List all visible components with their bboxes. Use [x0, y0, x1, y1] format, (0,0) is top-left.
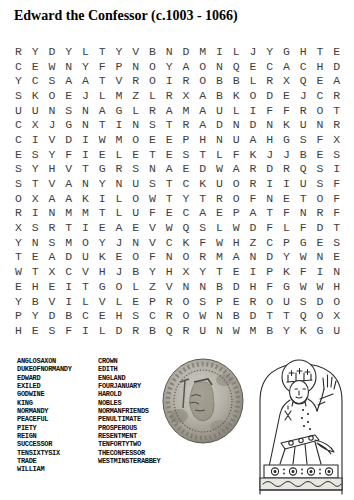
grid-cell[interactable]: D: [44, 308, 61, 323]
grid-cell[interactable]: Y: [94, 176, 111, 191]
grid-cell[interactable]: N: [127, 117, 144, 132]
grid-cell[interactable]: S: [295, 294, 312, 309]
grid-cell[interactable]: S: [295, 132, 312, 147]
grid-cell[interactable]: E: [94, 308, 111, 323]
grid-cell[interactable]: C: [27, 73, 44, 88]
grid-cell[interactable]: G: [295, 235, 312, 250]
grid-cell[interactable]: L: [278, 220, 295, 235]
grid-cell[interactable]: H: [194, 132, 211, 147]
grid-cell[interactable]: R: [211, 191, 228, 206]
grid-cell[interactable]: E: [111, 250, 128, 265]
grid-cell[interactable]: M: [211, 250, 228, 265]
grid-cell[interactable]: Q: [161, 323, 178, 338]
grid-cell[interactable]: S: [328, 147, 345, 162]
grid-cell[interactable]: D: [211, 117, 228, 132]
grid-cell[interactable]: V: [44, 132, 61, 147]
grid-cell[interactable]: R: [261, 73, 278, 88]
grid-cell[interactable]: T: [194, 147, 211, 162]
grid-cell[interactable]: O: [144, 59, 161, 74]
grid-cell[interactable]: V: [44, 176, 61, 191]
grid-cell[interactable]: T: [211, 264, 228, 279]
grid-cell[interactable]: U: [295, 176, 312, 191]
grid-cell[interactable]: O: [77, 235, 94, 250]
grid-cell[interactable]: Q: [228, 59, 245, 74]
grid-cell[interactable]: J: [77, 88, 94, 103]
grid-cell[interactable]: N: [111, 176, 128, 191]
grid-cell[interactable]: S: [144, 176, 161, 191]
grid-cell[interactable]: N: [44, 103, 61, 118]
grid-cell[interactable]: X: [27, 117, 44, 132]
grid-cell[interactable]: E: [127, 220, 144, 235]
grid-cell[interactable]: E: [278, 88, 295, 103]
grid-cell[interactable]: R: [245, 176, 262, 191]
grid-cell[interactable]: A: [94, 103, 111, 118]
grid-cell[interactable]: W: [211, 235, 228, 250]
grid-cell[interactable]: E: [278, 191, 295, 206]
grid-cell[interactable]: K: [245, 147, 262, 162]
grid-cell[interactable]: N: [77, 103, 94, 118]
grid-cell[interactable]: A: [44, 191, 61, 206]
grid-cell[interactable]: U: [278, 294, 295, 309]
grid-cell[interactable]: D: [245, 308, 262, 323]
grid-cell[interactable]: F: [312, 132, 329, 147]
grid-cell[interactable]: I: [94, 191, 111, 206]
grid-cell[interactable]: G: [60, 117, 77, 132]
grid-cell[interactable]: C: [178, 206, 195, 221]
grid-cell[interactable]: Y: [94, 235, 111, 250]
grid-cell[interactable]: O: [228, 176, 245, 191]
grid-cell[interactable]: H: [245, 279, 262, 294]
grid-cell[interactable]: D: [60, 132, 77, 147]
grid-cell[interactable]: I: [328, 162, 345, 177]
grid-cell[interactable]: K: [228, 88, 245, 103]
grid-cell[interactable]: F: [295, 220, 312, 235]
grid-cell[interactable]: S: [312, 162, 329, 177]
grid-cell[interactable]: J: [111, 264, 128, 279]
grid-cell[interactable]: N: [261, 117, 278, 132]
grid-cell[interactable]: A: [60, 191, 77, 206]
grid-cell[interactable]: O: [228, 191, 245, 206]
grid-cell[interactable]: U: [127, 206, 144, 221]
grid-cell[interactable]: G: [94, 162, 111, 177]
grid-cell[interactable]: M: [60, 235, 77, 250]
grid-cell[interactable]: I: [211, 44, 228, 59]
grid-cell[interactable]: A: [60, 73, 77, 88]
grid-cell[interactable]: M: [111, 88, 128, 103]
grid-cell[interactable]: S: [10, 88, 27, 103]
grid-cell[interactable]: N: [127, 59, 144, 74]
grid-cell[interactable]: L: [228, 44, 245, 59]
grid-cell[interactable]: H: [295, 44, 312, 59]
grid-cell[interactable]: E: [312, 147, 329, 162]
grid-cell[interactable]: D: [194, 162, 211, 177]
grid-cell[interactable]: L: [111, 191, 128, 206]
grid-cell[interactable]: O: [312, 103, 329, 118]
grid-cell[interactable]: E: [178, 162, 195, 177]
grid-cell[interactable]: L: [127, 103, 144, 118]
grid-cell[interactable]: L: [228, 103, 245, 118]
grid-cell[interactable]: F: [328, 176, 345, 191]
grid-cell[interactable]: C: [295, 59, 312, 74]
grid-cell[interactable]: K: [278, 264, 295, 279]
grid-cell[interactable]: U: [10, 103, 27, 118]
grid-cell[interactable]: T: [194, 191, 211, 206]
grid-cell[interactable]: X: [178, 264, 195, 279]
grid-cell[interactable]: Y: [278, 250, 295, 265]
grid-cell[interactable]: U: [194, 323, 211, 338]
grid-cell[interactable]: E: [94, 220, 111, 235]
grid-cell[interactable]: N: [328, 264, 345, 279]
grid-cell[interactable]: R: [127, 73, 144, 88]
grid-cell[interactable]: B: [27, 294, 44, 309]
grid-cell[interactable]: C: [261, 59, 278, 74]
grid-cell[interactable]: R: [44, 220, 61, 235]
grid-cell[interactable]: O: [261, 294, 278, 309]
grid-cell[interactable]: L: [211, 220, 228, 235]
grid-cell[interactable]: Q: [178, 220, 195, 235]
grid-cell[interactable]: N: [312, 117, 329, 132]
grid-cell[interactable]: E: [127, 147, 144, 162]
grid-cell[interactable]: A: [194, 206, 211, 221]
grid-cell[interactable]: B: [228, 308, 245, 323]
grid-cell[interactable]: N: [211, 308, 228, 323]
grid-cell[interactable]: E: [27, 250, 44, 265]
grid-cell[interactable]: H: [44, 162, 61, 177]
grid-cell[interactable]: H: [261, 132, 278, 147]
grid-cell[interactable]: A: [161, 162, 178, 177]
grid-cell[interactable]: X: [178, 88, 195, 103]
grid-cell[interactable]: T: [328, 220, 345, 235]
grid-cell[interactable]: U: [211, 103, 228, 118]
grid-cell[interactable]: H: [228, 235, 245, 250]
grid-cell[interactable]: D: [178, 44, 195, 59]
grid-cell[interactable]: L: [127, 279, 144, 294]
grid-cell[interactable]: E: [60, 88, 77, 103]
grid-cell[interactable]: E: [312, 73, 329, 88]
grid-cell[interactable]: G: [111, 103, 128, 118]
grid-cell[interactable]: F: [94, 59, 111, 74]
grid-cell[interactable]: F: [144, 250, 161, 265]
grid-cell[interactable]: E: [328, 44, 345, 59]
grid-cell[interactable]: W: [295, 279, 312, 294]
grid-cell[interactable]: N: [127, 235, 144, 250]
grid-cell[interactable]: G: [278, 132, 295, 147]
grid-cell[interactable]: E: [228, 264, 245, 279]
grid-cell[interactable]: C: [77, 308, 94, 323]
grid-cell[interactable]: S: [44, 235, 61, 250]
grid-cell[interactable]: O: [178, 308, 195, 323]
grid-cell[interactable]: D: [261, 162, 278, 177]
grid-cell[interactable]: O: [127, 250, 144, 265]
grid-cell[interactable]: E: [94, 147, 111, 162]
grid-cell[interactable]: N: [27, 235, 44, 250]
grid-cell[interactable]: I: [60, 294, 77, 309]
grid-cell[interactable]: L: [211, 147, 228, 162]
grid-cell[interactable]: K: [295, 323, 312, 338]
grid-cell[interactable]: I: [261, 176, 278, 191]
grid-cell[interactable]: A: [161, 103, 178, 118]
grid-cell[interactable]: D: [261, 88, 278, 103]
grid-cell[interactable]: A: [245, 206, 262, 221]
grid-cell[interactable]: D: [312, 220, 329, 235]
grid-cell[interactable]: S: [44, 73, 61, 88]
grid-cell[interactable]: E: [10, 147, 27, 162]
grid-cell[interactable]: K: [178, 235, 195, 250]
grid-cell[interactable]: N: [295, 206, 312, 221]
grid-cell[interactable]: B: [228, 73, 245, 88]
grid-cell[interactable]: V: [161, 279, 178, 294]
grid-cell[interactable]: J: [44, 117, 61, 132]
grid-cell[interactable]: G: [278, 44, 295, 59]
grid-cell[interactable]: X: [278, 73, 295, 88]
grid-cell[interactable]: T: [94, 117, 111, 132]
grid-cell[interactable]: F: [261, 279, 278, 294]
grid-cell[interactable]: R: [178, 323, 195, 338]
grid-cell[interactable]: E: [228, 294, 245, 309]
grid-cell[interactable]: C: [60, 264, 77, 279]
grid-cell[interactable]: N: [211, 132, 228, 147]
grid-cell[interactable]: R: [312, 206, 329, 221]
grid-cell[interactable]: X: [27, 191, 44, 206]
grid-cell[interactable]: O: [111, 279, 128, 294]
grid-cell[interactable]: E: [44, 279, 61, 294]
grid-cell[interactable]: O: [144, 73, 161, 88]
grid-cell[interactable]: R: [178, 117, 195, 132]
grid-cell[interactable]: W: [44, 59, 61, 74]
grid-cell[interactable]: R: [295, 103, 312, 118]
grid-cell[interactable]: T: [94, 73, 111, 88]
grid-cell[interactable]: X: [328, 308, 345, 323]
grid-cell[interactable]: I: [312, 264, 329, 279]
grid-cell[interactable]: B: [60, 308, 77, 323]
grid-cell[interactable]: L: [111, 294, 128, 309]
grid-cell[interactable]: T: [27, 176, 44, 191]
grid-cell[interactable]: T: [94, 44, 111, 59]
grid-cell[interactable]: R: [144, 103, 161, 118]
grid-cell[interactable]: L: [144, 88, 161, 103]
grid-cell[interactable]: N: [228, 117, 245, 132]
grid-cell[interactable]: A: [111, 220, 128, 235]
grid-cell[interactable]: F: [328, 191, 345, 206]
grid-cell[interactable]: S: [178, 147, 195, 162]
grid-cell[interactable]: O: [312, 308, 329, 323]
grid-cell[interactable]: A: [245, 132, 262, 147]
grid-cell[interactable]: W: [228, 323, 245, 338]
grid-cell[interactable]: W: [194, 308, 211, 323]
grid-cell[interactable]: V: [144, 220, 161, 235]
grid-cell[interactable]: M: [111, 132, 128, 147]
grid-cell[interactable]: O: [178, 294, 195, 309]
grid-cell[interactable]: D: [312, 294, 329, 309]
grid-cell[interactable]: I: [77, 147, 94, 162]
grid-cell[interactable]: E: [27, 59, 44, 74]
grid-cell[interactable]: U: [211, 176, 228, 191]
grid-cell[interactable]: A: [194, 103, 211, 118]
grid-cell[interactable]: D: [111, 323, 128, 338]
grid-cell[interactable]: A: [194, 88, 211, 103]
grid-cell[interactable]: B: [261, 323, 278, 338]
grid-cell[interactable]: R: [127, 323, 144, 338]
grid-cell[interactable]: E: [127, 294, 144, 309]
grid-cell[interactable]: Q: [295, 73, 312, 88]
grid-cell[interactable]: L: [94, 88, 111, 103]
grid-cell[interactable]: I: [161, 73, 178, 88]
grid-cell[interactable]: S: [328, 235, 345, 250]
grid-cell[interactable]: W: [161, 220, 178, 235]
grid-cell[interactable]: S: [127, 162, 144, 177]
grid-cell[interactable]: Y: [278, 323, 295, 338]
grid-cell[interactable]: B: [295, 147, 312, 162]
grid-cell[interactable]: N: [261, 191, 278, 206]
grid-cell[interactable]: S: [10, 162, 27, 177]
grid-cell[interactable]: E: [161, 206, 178, 221]
grid-cell[interactable]: H: [94, 264, 111, 279]
grid-cell[interactable]: V: [60, 162, 77, 177]
grid-cell[interactable]: H: [328, 279, 345, 294]
grid-cell[interactable]: Q: [295, 162, 312, 177]
grid-cell[interactable]: N: [144, 162, 161, 177]
grid-cell[interactable]: V: [127, 44, 144, 59]
grid-cell[interactable]: F: [261, 220, 278, 235]
grid-cell[interactable]: G: [278, 279, 295, 294]
grid-cell[interactable]: N: [245, 250, 262, 265]
grid-cell[interactable]: F: [261, 103, 278, 118]
grid-cell[interactable]: B: [144, 323, 161, 338]
grid-cell[interactable]: Z: [144, 279, 161, 294]
grid-cell[interactable]: K: [194, 176, 211, 191]
grid-cell[interactable]: W: [312, 279, 329, 294]
grid-cell[interactable]: R: [161, 88, 178, 103]
grid-cell[interactable]: N: [211, 323, 228, 338]
grid-cell[interactable]: F: [328, 206, 345, 221]
grid-cell[interactable]: H: [161, 264, 178, 279]
grid-cell[interactable]: X: [328, 132, 345, 147]
grid-cell[interactable]: N: [60, 59, 77, 74]
grid-cell[interactable]: A: [194, 117, 211, 132]
grid-cell[interactable]: R: [10, 44, 27, 59]
grid-cell[interactable]: J: [295, 88, 312, 103]
grid-cell[interactable]: U: [27, 103, 44, 118]
grid-cell[interactable]: O: [44, 88, 61, 103]
grid-cell[interactable]: A: [44, 250, 61, 265]
grid-cell[interactable]: E: [245, 59, 262, 74]
grid-cell[interactable]: V: [44, 294, 61, 309]
grid-cell[interactable]: P: [178, 132, 195, 147]
grid-cell[interactable]: N: [161, 44, 178, 59]
grid-cell[interactable]: T: [161, 191, 178, 206]
grid-cell[interactable]: E: [27, 323, 44, 338]
grid-cell[interactable]: S: [194, 220, 211, 235]
grid-cell[interactable]: M: [60, 206, 77, 221]
grid-cell[interactable]: U: [328, 323, 345, 338]
grid-cell[interactable]: W: [228, 220, 245, 235]
grid-cell[interactable]: S: [27, 220, 44, 235]
grid-cell[interactable]: L: [77, 294, 94, 309]
grid-cell[interactable]: O: [10, 191, 27, 206]
grid-cell[interactable]: I: [245, 103, 262, 118]
grid-cell[interactable]: B: [144, 44, 161, 59]
grid-cell[interactable]: L: [77, 44, 94, 59]
grid-cell[interactable]: N: [44, 206, 61, 221]
grid-cell[interactable]: C: [10, 59, 27, 74]
grid-cell[interactable]: H: [27, 279, 44, 294]
grid-cell[interactable]: L: [245, 73, 262, 88]
grid-cell[interactable]: E: [161, 132, 178, 147]
grid-cell[interactable]: N: [178, 279, 195, 294]
grid-cell[interactable]: E: [312, 235, 329, 250]
grid-cell[interactable]: V: [94, 294, 111, 309]
grid-cell[interactable]: U: [295, 117, 312, 132]
grid-cell[interactable]: S: [27, 147, 44, 162]
grid-cell[interactable]: D: [261, 250, 278, 265]
grid-cell[interactable]: R: [328, 88, 345, 103]
grid-cell[interactable]: Y: [10, 73, 27, 88]
grid-cell[interactable]: A: [278, 59, 295, 74]
grid-cell[interactable]: I: [77, 323, 94, 338]
grid-cell[interactable]: Z: [245, 235, 262, 250]
grid-cell[interactable]: P: [144, 294, 161, 309]
grid-cell[interactable]: O: [194, 73, 211, 88]
grid-cell[interactable]: U: [77, 250, 94, 265]
grid-cell[interactable]: D: [228, 279, 245, 294]
grid-cell[interactable]: D: [245, 117, 262, 132]
grid-cell[interactable]: B: [211, 73, 228, 88]
grid-cell[interactable]: T: [278, 308, 295, 323]
grid-cell[interactable]: B: [127, 264, 144, 279]
grid-cell[interactable]: R: [194, 250, 211, 265]
grid-cell[interactable]: A: [60, 176, 77, 191]
grid-cell[interactable]: B: [211, 279, 228, 294]
grid-cell[interactable]: I: [77, 132, 94, 147]
grid-cell[interactable]: P: [211, 294, 228, 309]
grid-cell[interactable]: K: [77, 191, 94, 206]
grid-cell[interactable]: M: [178, 103, 195, 118]
grid-cell[interactable]: O: [194, 59, 211, 74]
grid-cell[interactable]: G: [94, 279, 111, 294]
grid-cell[interactable]: K: [278, 117, 295, 132]
grid-cell[interactable]: Z: [127, 88, 144, 103]
grid-cell[interactable]: S: [194, 294, 211, 309]
grid-cell[interactable]: O: [127, 132, 144, 147]
grid-cell[interactable]: P: [10, 308, 27, 323]
grid-cell[interactable]: C: [144, 308, 161, 323]
grid-cell[interactable]: O: [127, 191, 144, 206]
grid-cell[interactable]: J: [245, 44, 262, 59]
grid-cell[interactable]: B: [211, 88, 228, 103]
grid-cell[interactable]: I: [27, 206, 44, 221]
grid-cell[interactable]: F: [60, 323, 77, 338]
grid-cell[interactable]: D: [44, 44, 61, 59]
grid-cell[interactable]: P: [228, 206, 245, 221]
grid-cell[interactable]: Y: [27, 162, 44, 177]
grid-cell[interactable]: P: [261, 264, 278, 279]
grid-cell[interactable]: O: [245, 88, 262, 103]
grid-cell[interactable]: T: [77, 279, 94, 294]
grid-cell[interactable]: D: [328, 59, 345, 74]
grid-cell[interactable]: P: [111, 59, 128, 74]
grid-cell[interactable]: T: [94, 206, 111, 221]
grid-cell[interactable]: S: [44, 323, 61, 338]
grid-cell[interactable]: X: [44, 264, 61, 279]
grid-cell[interactable]: W: [211, 162, 228, 177]
grid-cell[interactable]: T: [10, 250, 27, 265]
grid-cell[interactable]: C: [10, 132, 27, 147]
grid-cell[interactable]: I: [27, 132, 44, 147]
grid-cell[interactable]: M: [77, 206, 94, 221]
grid-cell[interactable]: T: [161, 117, 178, 132]
grid-cell[interactable]: R: [278, 162, 295, 177]
grid-cell[interactable]: L: [111, 206, 128, 221]
